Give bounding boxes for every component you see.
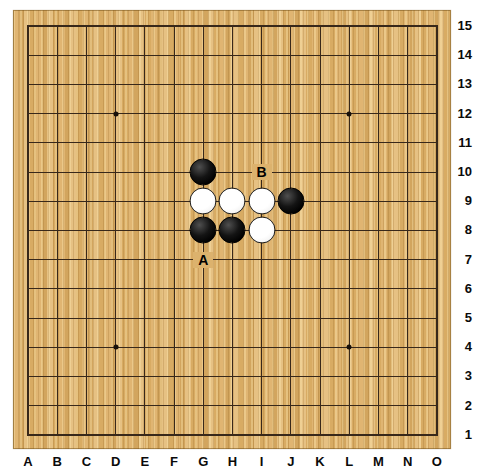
column-label-D: D (105, 454, 127, 470)
stone-black-H8 (219, 217, 246, 244)
move-label-B: B (252, 164, 272, 180)
grid-line-vertical (436, 25, 438, 436)
column-label-C: C (75, 454, 97, 470)
row-label-7: 7 (442, 252, 472, 268)
row-label-15: 15 (442, 18, 472, 34)
stone-white-H9 (219, 188, 246, 215)
row-label-8: 8 (442, 222, 472, 238)
star-point-D12 (113, 111, 118, 116)
row-label-13: 13 (442, 76, 472, 92)
star-point-L4 (347, 345, 352, 350)
column-label-K: K (309, 454, 331, 470)
grid-line-vertical (349, 25, 350, 436)
row-label-10: 10 (442, 164, 472, 180)
grid-line-horizontal (27, 347, 438, 348)
row-label-1: 1 (442, 427, 472, 443)
stone-white-I8 (248, 217, 275, 244)
stone-black-G10 (190, 159, 217, 186)
column-label-E: E (134, 454, 156, 470)
star-point-L12 (347, 111, 352, 116)
column-label-N: N (397, 454, 419, 470)
column-label-O: O (426, 454, 448, 470)
grid-line-vertical (378, 25, 379, 436)
row-label-12: 12 (442, 106, 472, 122)
stone-black-G8 (190, 217, 217, 244)
column-label-L: L (338, 454, 360, 470)
column-label-H: H (221, 454, 243, 470)
column-label-J: J (280, 454, 302, 470)
row-label-11: 11 (442, 135, 472, 151)
grid-line-horizontal (27, 318, 438, 319)
row-label-9: 9 (442, 193, 472, 209)
grid-line-vertical (290, 25, 291, 436)
star-point-D4 (113, 345, 118, 350)
grid-line-vertical (407, 25, 408, 436)
grid-line-horizontal (27, 376, 438, 377)
go-diagram: AB ABCDEFGHIJKLMNO 151413121110987654321 (0, 0, 480, 476)
grid-line-horizontal (27, 288, 438, 289)
row-label-4: 4 (442, 339, 472, 355)
grid-line-vertical (320, 25, 321, 436)
row-label-5: 5 (442, 310, 472, 326)
column-label-A: A (17, 454, 39, 470)
column-label-G: G (192, 454, 214, 470)
go-board[interactable]: AB (13, 10, 451, 449)
column-label-M: M (367, 454, 389, 470)
stone-black-J9 (277, 188, 304, 215)
row-label-14: 14 (442, 47, 472, 63)
grid-line-horizontal (27, 405, 438, 406)
column-label-B: B (46, 454, 68, 470)
column-label-F: F (163, 454, 185, 470)
grid-line-horizontal (27, 434, 438, 436)
row-label-6: 6 (442, 281, 472, 297)
column-label-I: I (251, 454, 273, 470)
row-label-2: 2 (442, 398, 472, 414)
row-label-3: 3 (442, 368, 472, 384)
grid-line-horizontal (27, 259, 438, 260)
stone-white-G9 (190, 188, 217, 215)
stone-white-I9 (248, 188, 275, 215)
move-label-A: A (193, 252, 213, 268)
